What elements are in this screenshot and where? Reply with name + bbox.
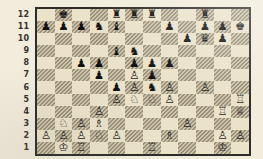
square-b5 bbox=[55, 94, 73, 106]
square-f2 bbox=[125, 130, 143, 142]
white-queen: ♕ bbox=[235, 105, 245, 117]
square-i5 bbox=[178, 94, 196, 106]
square-f12: ♜ bbox=[125, 9, 143, 21]
white-knight: ♘ bbox=[129, 93, 139, 105]
square-k8 bbox=[214, 57, 232, 69]
square-j6: ♙ bbox=[196, 81, 214, 93]
rank-label-12: 12 bbox=[4, 9, 31, 21]
square-e5: ♙ bbox=[108, 94, 126, 106]
rank-label-6: 6 bbox=[4, 81, 31, 93]
square-d1 bbox=[90, 142, 108, 154]
square-e11: ♝ bbox=[108, 21, 126, 33]
white-pawn: ♙ bbox=[111, 93, 121, 105]
white-pawn: ♙ bbox=[235, 130, 245, 142]
square-g10 bbox=[143, 33, 161, 45]
white-bishop: ♗ bbox=[164, 130, 174, 142]
square-c5 bbox=[72, 94, 90, 106]
square-j1 bbox=[196, 142, 214, 154]
square-d6 bbox=[90, 81, 108, 93]
square-i10: ♟ bbox=[178, 33, 196, 45]
white-pawn: ♙ bbox=[164, 93, 174, 105]
square-a4 bbox=[37, 106, 55, 118]
square-b8 bbox=[55, 57, 73, 69]
square-f11 bbox=[125, 21, 143, 33]
square-c1: ♖ bbox=[72, 142, 90, 154]
square-a2: ♙ bbox=[37, 130, 55, 142]
square-b11: ♟ bbox=[55, 21, 73, 33]
white-pawn: ♙ bbox=[200, 81, 210, 93]
rank-label-7: 7 bbox=[4, 69, 31, 81]
square-l9 bbox=[231, 45, 249, 57]
square-b1: ♔ bbox=[55, 142, 73, 154]
rank-label-3: 3 bbox=[4, 118, 31, 130]
square-k1: ♔ bbox=[214, 142, 232, 154]
square-j2 bbox=[196, 130, 214, 142]
square-i1 bbox=[178, 142, 196, 154]
black-king: ♚ bbox=[235, 21, 245, 33]
square-k10: ♟ bbox=[214, 33, 232, 45]
square-h2: ♗ bbox=[161, 130, 179, 142]
square-j3 bbox=[196, 118, 214, 130]
square-a1 bbox=[37, 142, 55, 154]
black-pawn: ♟ bbox=[182, 33, 192, 45]
rank-label-8: 8 bbox=[4, 57, 31, 69]
black-rook: ♜ bbox=[147, 9, 157, 21]
square-i8 bbox=[178, 57, 196, 69]
black-knight: ♞ bbox=[94, 21, 104, 33]
square-c7 bbox=[72, 69, 90, 81]
square-h10 bbox=[161, 33, 179, 45]
square-c6 bbox=[72, 81, 90, 93]
square-d10 bbox=[90, 33, 108, 45]
square-i3: ♙ bbox=[178, 118, 196, 130]
square-l7 bbox=[231, 69, 249, 81]
square-g4 bbox=[143, 106, 161, 118]
black-pawn: ♟ bbox=[76, 57, 86, 69]
square-g1: ♖ bbox=[143, 142, 161, 154]
black-pawn: ♟ bbox=[217, 33, 227, 45]
square-l11: ♚ bbox=[231, 21, 249, 33]
square-e1 bbox=[108, 142, 126, 154]
white-pawn: ♙ bbox=[182, 118, 192, 130]
square-h1 bbox=[161, 142, 179, 154]
square-h8: ♟ bbox=[161, 57, 179, 69]
white-rook: ♖ bbox=[76, 142, 86, 154]
square-f1 bbox=[125, 142, 143, 154]
square-f3 bbox=[125, 118, 143, 130]
white-king: ♔ bbox=[217, 142, 227, 154]
black-pawn: ♟ bbox=[164, 21, 174, 33]
black-bishop: ♝ bbox=[111, 21, 121, 33]
square-d7: ♟ bbox=[90, 69, 108, 81]
rank-label-5: 5 bbox=[4, 94, 31, 106]
square-h4 bbox=[161, 106, 179, 118]
square-l10 bbox=[231, 33, 249, 45]
black-pawn: ♟ bbox=[94, 69, 104, 81]
rank-label-10: 10 bbox=[4, 33, 31, 45]
square-e2: ♙ bbox=[108, 130, 126, 142]
rank-label-4: 4 bbox=[4, 106, 31, 118]
square-i6 bbox=[178, 81, 196, 93]
black-pawn: ♟ bbox=[41, 21, 51, 33]
square-a10 bbox=[37, 33, 55, 45]
square-l4: ♕ bbox=[231, 106, 249, 118]
square-j9 bbox=[196, 45, 214, 57]
rank-label-11: 11 bbox=[4, 21, 31, 33]
square-e8 bbox=[108, 57, 126, 69]
rank-label-1: 1 bbox=[4, 142, 31, 154]
square-a6 bbox=[37, 81, 55, 93]
square-j10: ♛ bbox=[196, 33, 214, 45]
square-a11: ♟ bbox=[37, 21, 55, 33]
square-g3 bbox=[143, 118, 161, 130]
square-l2: ♙ bbox=[231, 130, 249, 142]
square-k6 bbox=[214, 81, 232, 93]
square-i2 bbox=[178, 130, 196, 142]
square-a8 bbox=[37, 57, 55, 69]
square-e4 bbox=[108, 106, 126, 118]
square-i12 bbox=[178, 9, 196, 21]
black-pawn: ♟ bbox=[164, 57, 174, 69]
square-g11 bbox=[143, 21, 161, 33]
square-k7 bbox=[214, 69, 232, 81]
black-pawn: ♟ bbox=[58, 21, 68, 33]
square-j5 bbox=[196, 94, 214, 106]
square-f4 bbox=[125, 106, 143, 118]
square-g12: ♜ bbox=[143, 9, 161, 21]
square-e9: ♝ bbox=[108, 45, 126, 57]
square-d2: ♘ bbox=[90, 130, 108, 142]
white-rook: ♖ bbox=[147, 142, 157, 154]
white-knight: ♘ bbox=[94, 130, 104, 142]
rank-label-9: 9 bbox=[4, 45, 31, 57]
square-l8 bbox=[231, 57, 249, 69]
square-c8: ♟ bbox=[72, 57, 90, 69]
white-pawn: ♙ bbox=[41, 130, 51, 142]
white-pawn: ♙ bbox=[111, 130, 121, 142]
square-c11: ♟ bbox=[72, 21, 90, 33]
white-rook: ♖ bbox=[217, 105, 227, 117]
square-h11: ♟ bbox=[161, 21, 179, 33]
square-b9 bbox=[55, 45, 73, 57]
square-a7 bbox=[37, 69, 55, 81]
square-k9 bbox=[214, 45, 232, 57]
square-j4 bbox=[196, 106, 214, 118]
square-d11: ♞ bbox=[90, 21, 108, 33]
square-i7 bbox=[178, 69, 196, 81]
square-j8 bbox=[196, 57, 214, 69]
black-bishop: ♝ bbox=[111, 45, 121, 57]
square-b6 bbox=[55, 81, 73, 93]
square-c10 bbox=[72, 33, 90, 45]
square-g5: ♘ bbox=[143, 94, 161, 106]
white-king: ♔ bbox=[58, 142, 68, 154]
white-knight: ♘ bbox=[147, 93, 157, 105]
black-rook: ♜ bbox=[129, 9, 139, 21]
square-l1 bbox=[231, 142, 249, 154]
square-b7 bbox=[55, 69, 73, 81]
square-i9 bbox=[178, 45, 196, 57]
square-h5: ♙ bbox=[161, 94, 179, 106]
square-k4: ♖ bbox=[214, 106, 232, 118]
diagram-page: 121110987654321 ♚♜♜♜♜♟♟♟♞♝♟♟♟♚♟♛♟♝♞♟♟♟♟♟… bbox=[0, 0, 263, 159]
rank-label-2: 2 bbox=[4, 130, 31, 142]
black-queen: ♛ bbox=[200, 33, 210, 45]
square-a9 bbox=[37, 45, 55, 57]
chess-board: ♚♜♜♜♜♟♟♟♞♝♟♟♟♚♟♛♟♝♞♟♟♟♟♟♟♙♟♟♙♞♙♙♙♘♘♙♖♙♖♕… bbox=[35, 7, 251, 156]
black-pawn: ♟ bbox=[76, 21, 86, 33]
rank-labels: 121110987654321 bbox=[4, 9, 31, 154]
square-b10 bbox=[55, 33, 73, 45]
square-f5: ♘ bbox=[125, 94, 143, 106]
square-a5 bbox=[37, 94, 55, 106]
